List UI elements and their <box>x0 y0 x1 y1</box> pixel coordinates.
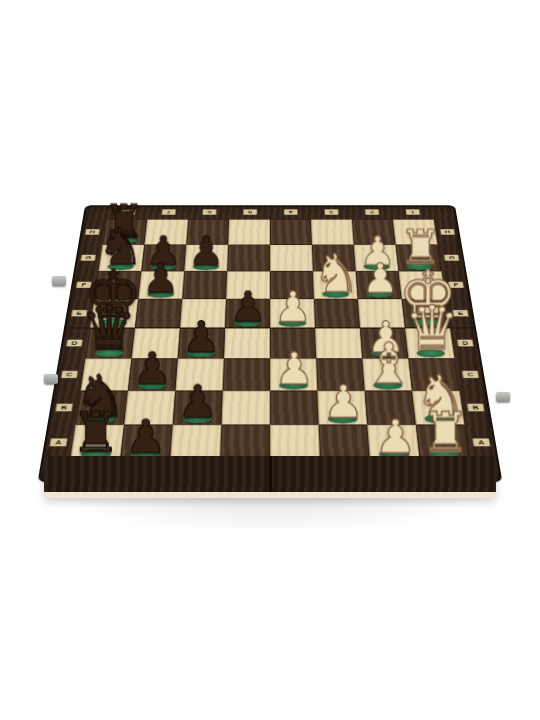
square-c5 <box>223 359 270 391</box>
folded-box-side <box>44 456 496 498</box>
far-edge-label-7: 7 <box>161 209 176 215</box>
piece-white-rook-a1: ♜ <box>420 407 470 460</box>
square-c2: ♝ <box>362 359 412 391</box>
square-b6: ♟ <box>173 391 223 425</box>
square-h3 <box>311 219 354 244</box>
square-d5 <box>224 328 270 359</box>
far-edge-label-4: 4 <box>283 209 298 215</box>
square-g5 <box>227 245 270 271</box>
square-e4: ♟ <box>270 299 315 328</box>
piece-white-pawn-e4: ♟ <box>274 287 312 327</box>
far-edge-label-1: 1 <box>405 209 420 215</box>
right-edge-label-A: A <box>472 438 491 447</box>
piece-black-pawn-a7: ♟ <box>124 415 166 459</box>
piece-black-rook-a8: ♜ <box>70 407 120 460</box>
square-f2: ♟ <box>356 271 402 299</box>
board-grid: ♜♞♟♟♟♜♟♞♟♚♟♟♚♛♟♟♛♟♟♝♞♟♟♞♜♟♟♜ <box>70 219 470 460</box>
square-c7: ♟ <box>128 359 178 391</box>
square-g6: ♟ <box>184 245 228 271</box>
far-edge-label-2: 2 <box>364 209 379 215</box>
square-h4 <box>270 219 312 244</box>
square-f3: ♞ <box>313 271 358 299</box>
piece-white-pawn-a2: ♟ <box>374 415 416 459</box>
square-h5 <box>228 219 270 244</box>
piece-black-pawn-d6: ♟ <box>182 317 221 358</box>
box-center-seam <box>269 456 272 492</box>
piece-black-pawn-g6: ♟ <box>188 233 224 271</box>
far-edge-label-6: 6 <box>202 209 217 215</box>
square-b4 <box>270 391 319 425</box>
board-frame: ♜♞♟♟♟♜♟♞♟♚♟♟♚♛♟♟♛♟♟♝♞♟♟♞♜♟♟♜ 87654321876… <box>38 205 503 482</box>
piece-white-pawn-f2: ♟ <box>361 259 398 298</box>
piece-black-pawn-c7: ♟ <box>132 348 172 390</box>
square-g4 <box>270 245 313 271</box>
chess-board-3d: ♜♞♟♟♟♜♟♞♟♚♟♟♚♛♟♟♛♟♟♝♞♟♟♞♜♟♟♜ 87654321876… <box>38 205 503 482</box>
far-edge-label-5: 5 <box>242 209 257 215</box>
square-b3: ♟ <box>317 391 367 425</box>
square-e5: ♟ <box>225 299 270 328</box>
left-edge-label-A: A <box>49 438 68 447</box>
square-e3 <box>314 299 360 328</box>
perspective-container: ♜♞♟♟♟♜♟♞♟♚♟♟♚♛♟♟♛♟♟♝♞♟♟♞♜♟♟♜ 87654321876… <box>0 0 540 720</box>
photo-scene: ♜♞♟♟♟♜♟♞♟♚♟♟♚♛♟♟♛♟♟♝♞♟♟♞♜♟♟♜ 87654321876… <box>0 0 540 720</box>
square-f7: ♟ <box>138 271 184 299</box>
right-edge-label-H: H <box>440 229 456 235</box>
piece-white-bishop-c2: ♝ <box>363 336 414 390</box>
square-f6 <box>182 271 227 299</box>
piece-black-pawn-b6: ♟ <box>177 381 218 424</box>
piece-black-pawn-f7: ♟ <box>142 259 179 298</box>
square-d3 <box>315 328 362 359</box>
piece-white-pawn-b3: ♟ <box>323 381 364 424</box>
square-d8: ♛ <box>85 328 135 359</box>
piece-black-pawn-e5: ♟ <box>229 287 267 327</box>
clasp-left-upper <box>52 276 66 286</box>
square-d6: ♟ <box>178 328 225 359</box>
square-c4: ♟ <box>270 359 317 391</box>
piece-white-pawn-c4: ♟ <box>274 348 314 390</box>
far-edge-label-3: 3 <box>324 209 339 215</box>
piece-black-queen-d8: ♛ <box>81 299 136 357</box>
clasp-right <box>496 392 510 402</box>
square-b5 <box>221 391 270 425</box>
clasp-left-lower <box>44 374 58 384</box>
piece-white-knight-f3: ♞ <box>312 248 359 298</box>
